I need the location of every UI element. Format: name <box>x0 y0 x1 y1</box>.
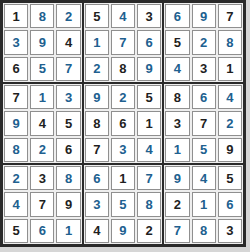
cell-r1c3[interactable]: 2 <box>56 4 80 28</box>
cell-r1c5[interactable]: 4 <box>111 4 135 28</box>
cell-r3c9[interactable]: 1 <box>218 57 242 81</box>
cell-r8c5[interactable]: 5 <box>111 192 135 216</box>
cell-r1c9[interactable]: 7 <box>218 4 242 28</box>
cell-r2c7[interactable]: 5 <box>165 30 189 54</box>
cell-r4c7[interactable]: 8 <box>165 85 189 109</box>
cell-r8c4[interactable]: 3 <box>85 192 109 216</box>
sudoku-board: 1823946575431762896975284317139458269258… <box>0 0 246 247</box>
cell-r8c7[interactable]: 2 <box>165 192 189 216</box>
cell-r4c2[interactable]: 1 <box>30 85 54 109</box>
cell-r8c2[interactable]: 7 <box>30 192 54 216</box>
cell-r9c7[interactable]: 7 <box>165 219 189 243</box>
cell-r6c5[interactable]: 3 <box>111 138 135 162</box>
cell-r8c9[interactable]: 6 <box>218 192 242 216</box>
cell-r4c5[interactable]: 2 <box>111 85 135 109</box>
box-0-2: 697528431 <box>163 2 244 83</box>
cell-r6c8[interactable]: 5 <box>192 138 216 162</box>
cell-r8c6[interactable]: 8 <box>137 192 161 216</box>
box-2-2: 945216783 <box>163 164 244 245</box>
cell-r9c3[interactable]: 1 <box>56 219 80 243</box>
cell-r1c6[interactable]: 3 <box>137 4 161 28</box>
cell-r8c1[interactable]: 4 <box>4 192 28 216</box>
cell-r4c4[interactable]: 9 <box>85 85 109 109</box>
cell-r6c4[interactable]: 7 <box>85 138 109 162</box>
cell-r7c6[interactable]: 7 <box>137 166 161 190</box>
cell-r7c4[interactable]: 6 <box>85 166 109 190</box>
cell-r5c8[interactable]: 7 <box>192 111 216 135</box>
cell-r2c6[interactable]: 6 <box>137 30 161 54</box>
cell-r9c6[interactable]: 2 <box>137 219 161 243</box>
cell-r1c8[interactable]: 9 <box>192 4 216 28</box>
cell-r3c2[interactable]: 5 <box>30 57 54 81</box>
cell-r2c3[interactable]: 4 <box>56 30 80 54</box>
cell-r3c7[interactable]: 4 <box>165 57 189 81</box>
box-1-1: 925861734 <box>83 83 164 164</box>
cell-r3c5[interactable]: 8 <box>111 57 135 81</box>
cell-r6c6[interactable]: 4 <box>137 138 161 162</box>
cell-r3c6[interactable]: 9 <box>137 57 161 81</box>
cell-r1c1[interactable]: 1 <box>4 4 28 28</box>
cell-r4c9[interactable]: 4 <box>218 85 242 109</box>
cell-r1c4[interactable]: 5 <box>85 4 109 28</box>
cell-r5c2[interactable]: 4 <box>30 111 54 135</box>
cell-r2c9[interactable]: 8 <box>218 30 242 54</box>
cell-r6c2[interactable]: 2 <box>30 138 54 162</box>
cell-r5c5[interactable]: 6 <box>111 111 135 135</box>
cell-r2c1[interactable]: 3 <box>4 30 28 54</box>
cell-r8c8[interactable]: 1 <box>192 192 216 216</box>
cell-r4c3[interactable]: 3 <box>56 85 80 109</box>
cell-r7c5[interactable]: 1 <box>111 166 135 190</box>
cell-r8c3[interactable]: 9 <box>56 192 80 216</box>
cell-r7c9[interactable]: 5 <box>218 166 242 190</box>
cell-r6c1[interactable]: 8 <box>4 138 28 162</box>
cell-r7c8[interactable]: 4 <box>192 166 216 190</box>
cell-r4c6[interactable]: 5 <box>137 85 161 109</box>
cell-r5c1[interactable]: 9 <box>4 111 28 135</box>
cell-r1c2[interactable]: 8 <box>30 4 54 28</box>
cell-r7c7[interactable]: 9 <box>165 166 189 190</box>
cell-r1c7[interactable]: 6 <box>165 4 189 28</box>
cell-r9c1[interactable]: 5 <box>4 219 28 243</box>
cell-r5c7[interactable]: 3 <box>165 111 189 135</box>
cell-r4c1[interactable]: 7 <box>4 85 28 109</box>
cell-r5c6[interactable]: 1 <box>137 111 161 135</box>
box-1-2: 864372159 <box>163 83 244 164</box>
cell-r9c4[interactable]: 4 <box>85 219 109 243</box>
cell-r7c1[interactable]: 2 <box>4 166 28 190</box>
box-0-1: 543176289 <box>83 2 164 83</box>
cell-r3c3[interactable]: 7 <box>56 57 80 81</box>
cell-r3c8[interactable]: 3 <box>192 57 216 81</box>
cell-r3c1[interactable]: 6 <box>4 57 28 81</box>
cell-r9c2[interactable]: 6 <box>30 219 54 243</box>
cell-r7c2[interactable]: 3 <box>30 166 54 190</box>
cell-r6c9[interactable]: 9 <box>218 138 242 162</box>
cell-r6c7[interactable]: 1 <box>165 138 189 162</box>
cell-r2c5[interactable]: 7 <box>111 30 135 54</box>
cell-r5c4[interactable]: 8 <box>85 111 109 135</box>
cell-r9c5[interactable]: 9 <box>111 219 135 243</box>
cell-r2c2[interactable]: 9 <box>30 30 54 54</box>
cell-r6c3[interactable]: 6 <box>56 138 80 162</box>
cell-r5c9[interactable]: 2 <box>218 111 242 135</box>
cell-r4c8[interactable]: 6 <box>192 85 216 109</box>
cell-r3c4[interactable]: 2 <box>85 57 109 81</box>
box-2-1: 617358492 <box>83 164 164 245</box>
box-2-0: 238479561 <box>2 164 83 245</box>
box-1-0: 713945826 <box>2 83 83 164</box>
cell-r2c4[interactable]: 1 <box>85 30 109 54</box>
cell-r5c3[interactable]: 5 <box>56 111 80 135</box>
cell-r7c3[interactable]: 8 <box>56 166 80 190</box>
box-0-0: 182394657 <box>2 2 83 83</box>
cell-r9c8[interactable]: 8 <box>192 219 216 243</box>
cell-r2c8[interactable]: 2 <box>192 30 216 54</box>
cell-r9c9[interactable]: 3 <box>218 219 242 243</box>
